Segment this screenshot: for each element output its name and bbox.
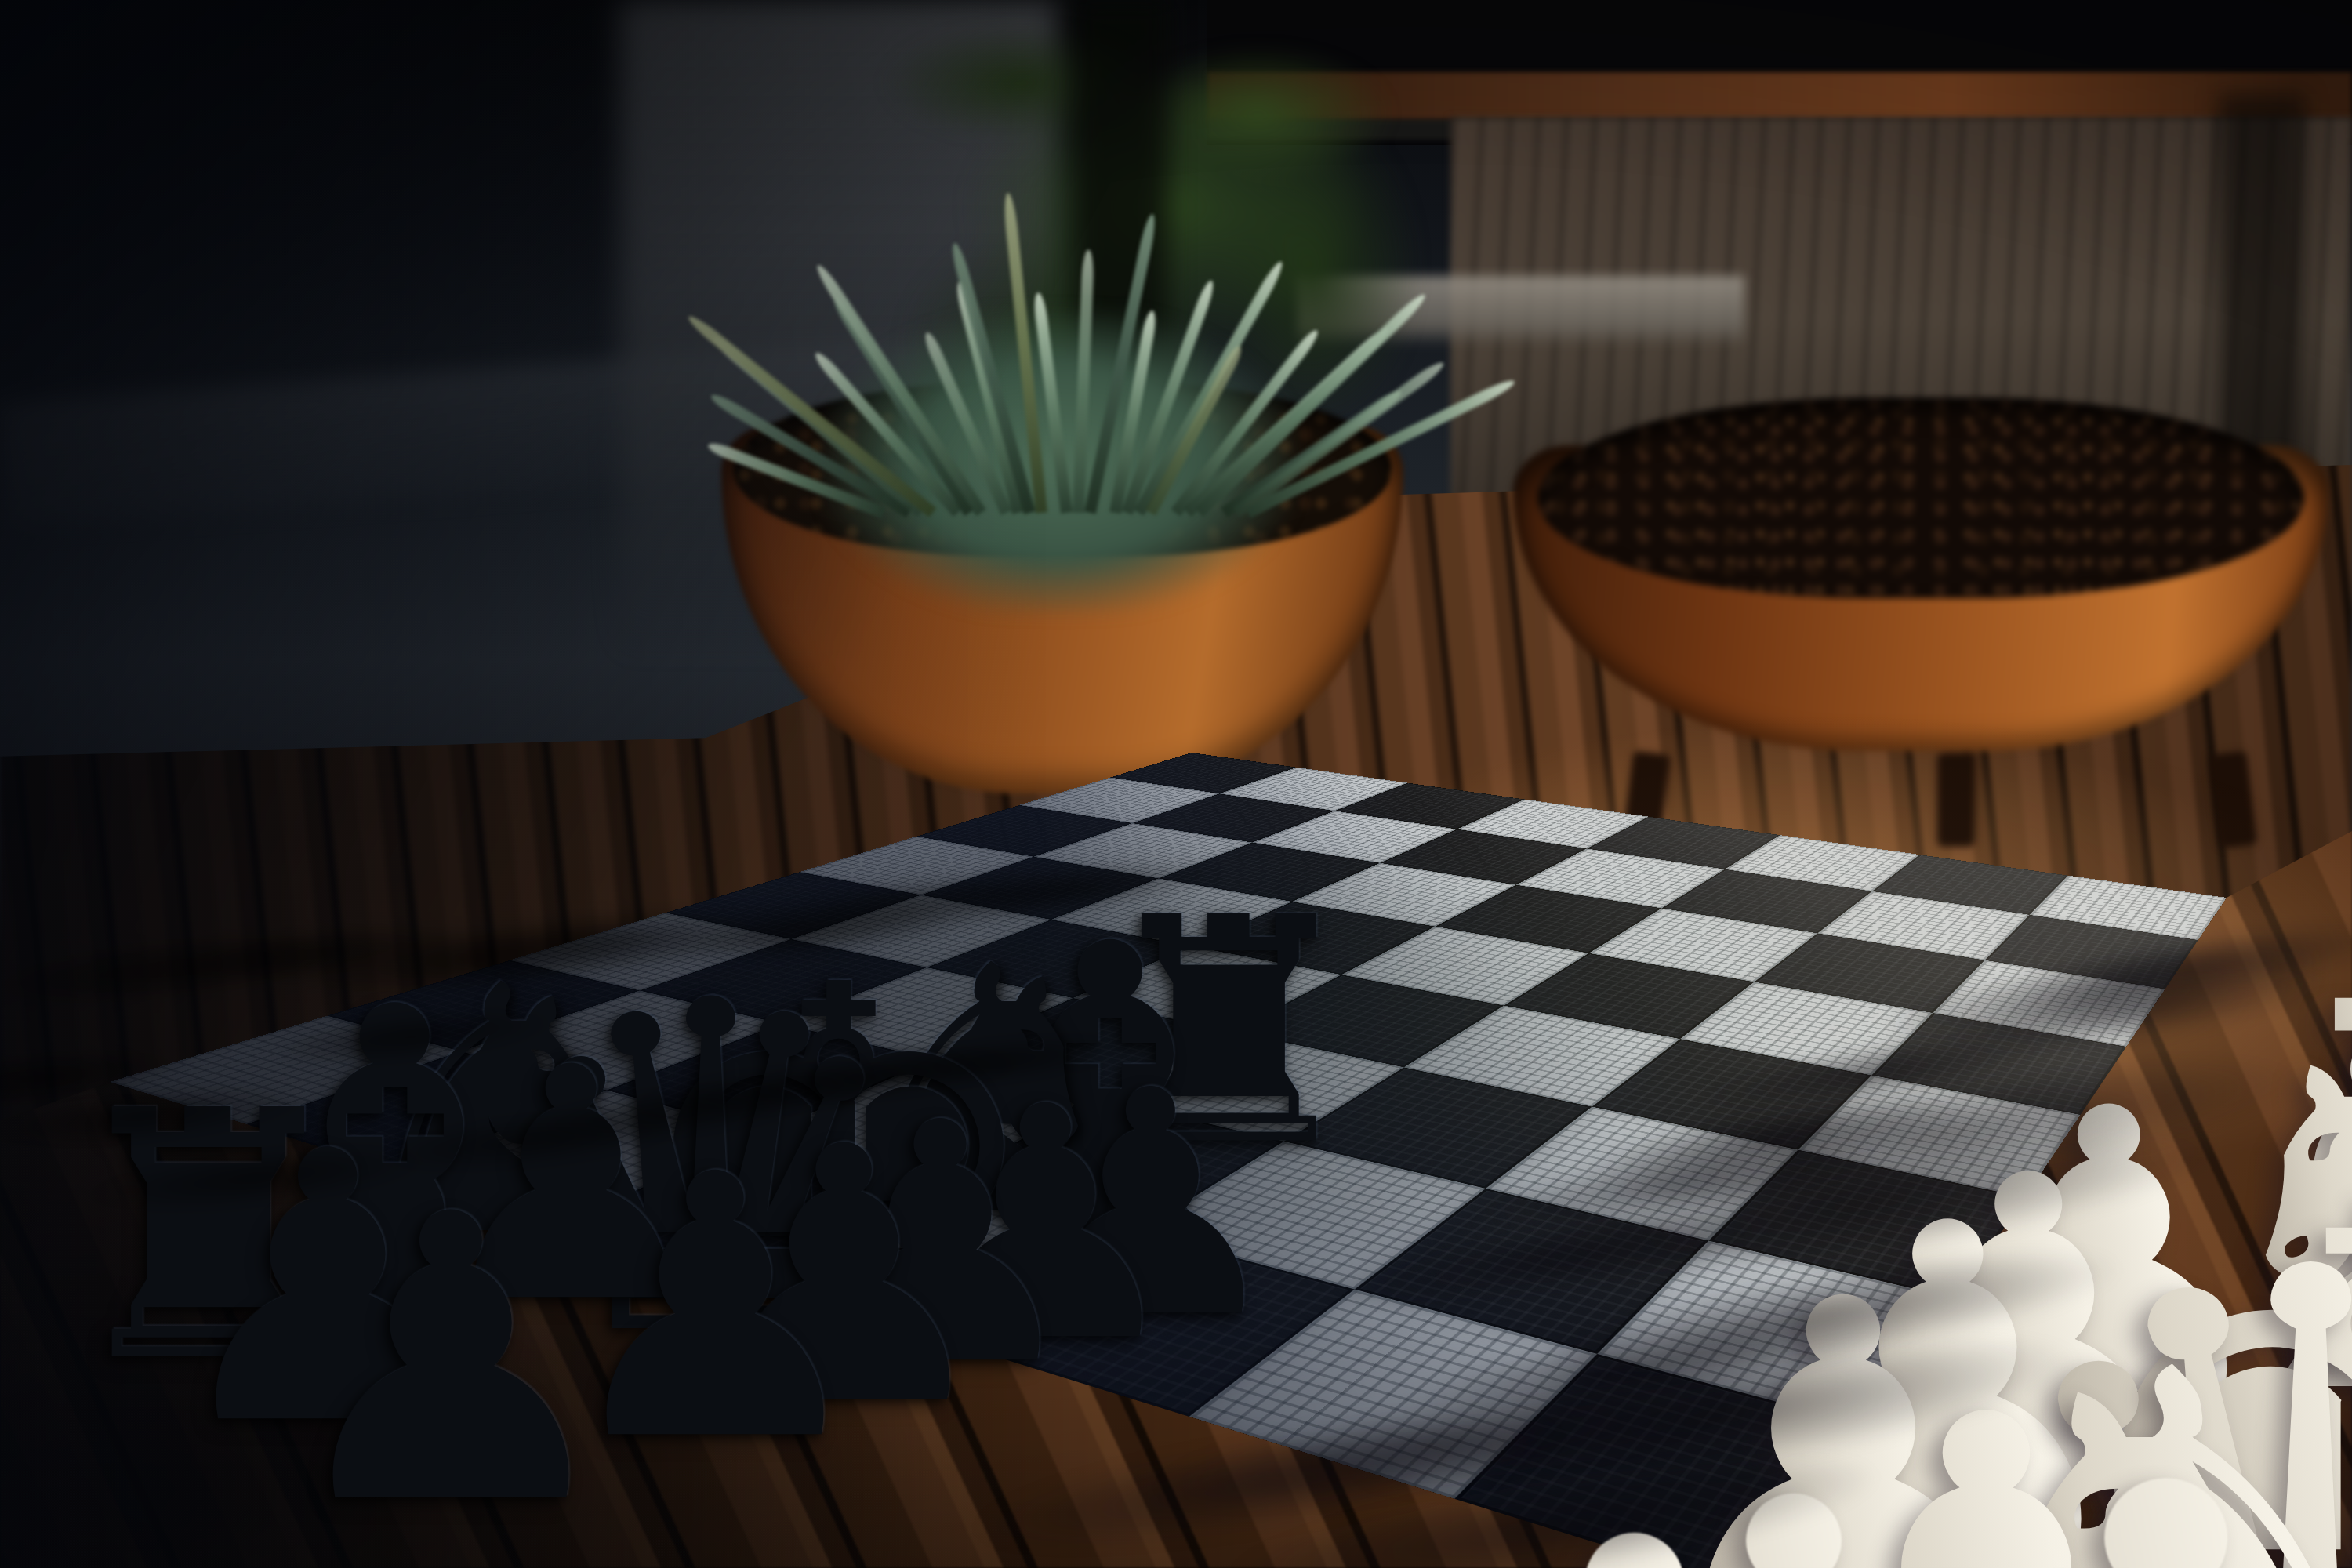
piece-glyph: ♜ <box>1650 1564 2263 1568</box>
piece-glyph: ♟ <box>274 1200 627 1523</box>
pieces-layer: ♜♝♞♚♞♛♜♝♝♞♟♟♟♟♜♟♟♟♟♟♚♟♟♛♟♞♟♝♟♟♜ <box>0 0 2352 1568</box>
outdoor-giant-chess-scene: ♜♝♞♚♞♛♜♝♝♞♟♟♟♟♜♟♟♟♟♟♚♟♟♛♟♞♟♝♟♟♜ <box>0 0 2352 1568</box>
